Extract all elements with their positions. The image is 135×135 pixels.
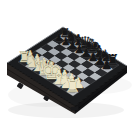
- piece-white-rook-h1: ♜: [64, 75, 80, 96]
- chess-set-product-photo: ♜♟♞♟♝♟♛♟♚♟♝♟♟♞♜♟♟♜♞♟♟♝♟♛♟♚♟♝♟♞♟♜: [0, 0, 135, 135]
- piece-black-pawn-h7: ♟: [101, 57, 113, 72]
- chess-board-scene: ♜♟♞♟♝♟♛♟♚♟♝♟♟♞♜♟♟♜♞♟♟♝♟♛♟♚♟♝♟♞♟♜: [0, 0, 135, 135]
